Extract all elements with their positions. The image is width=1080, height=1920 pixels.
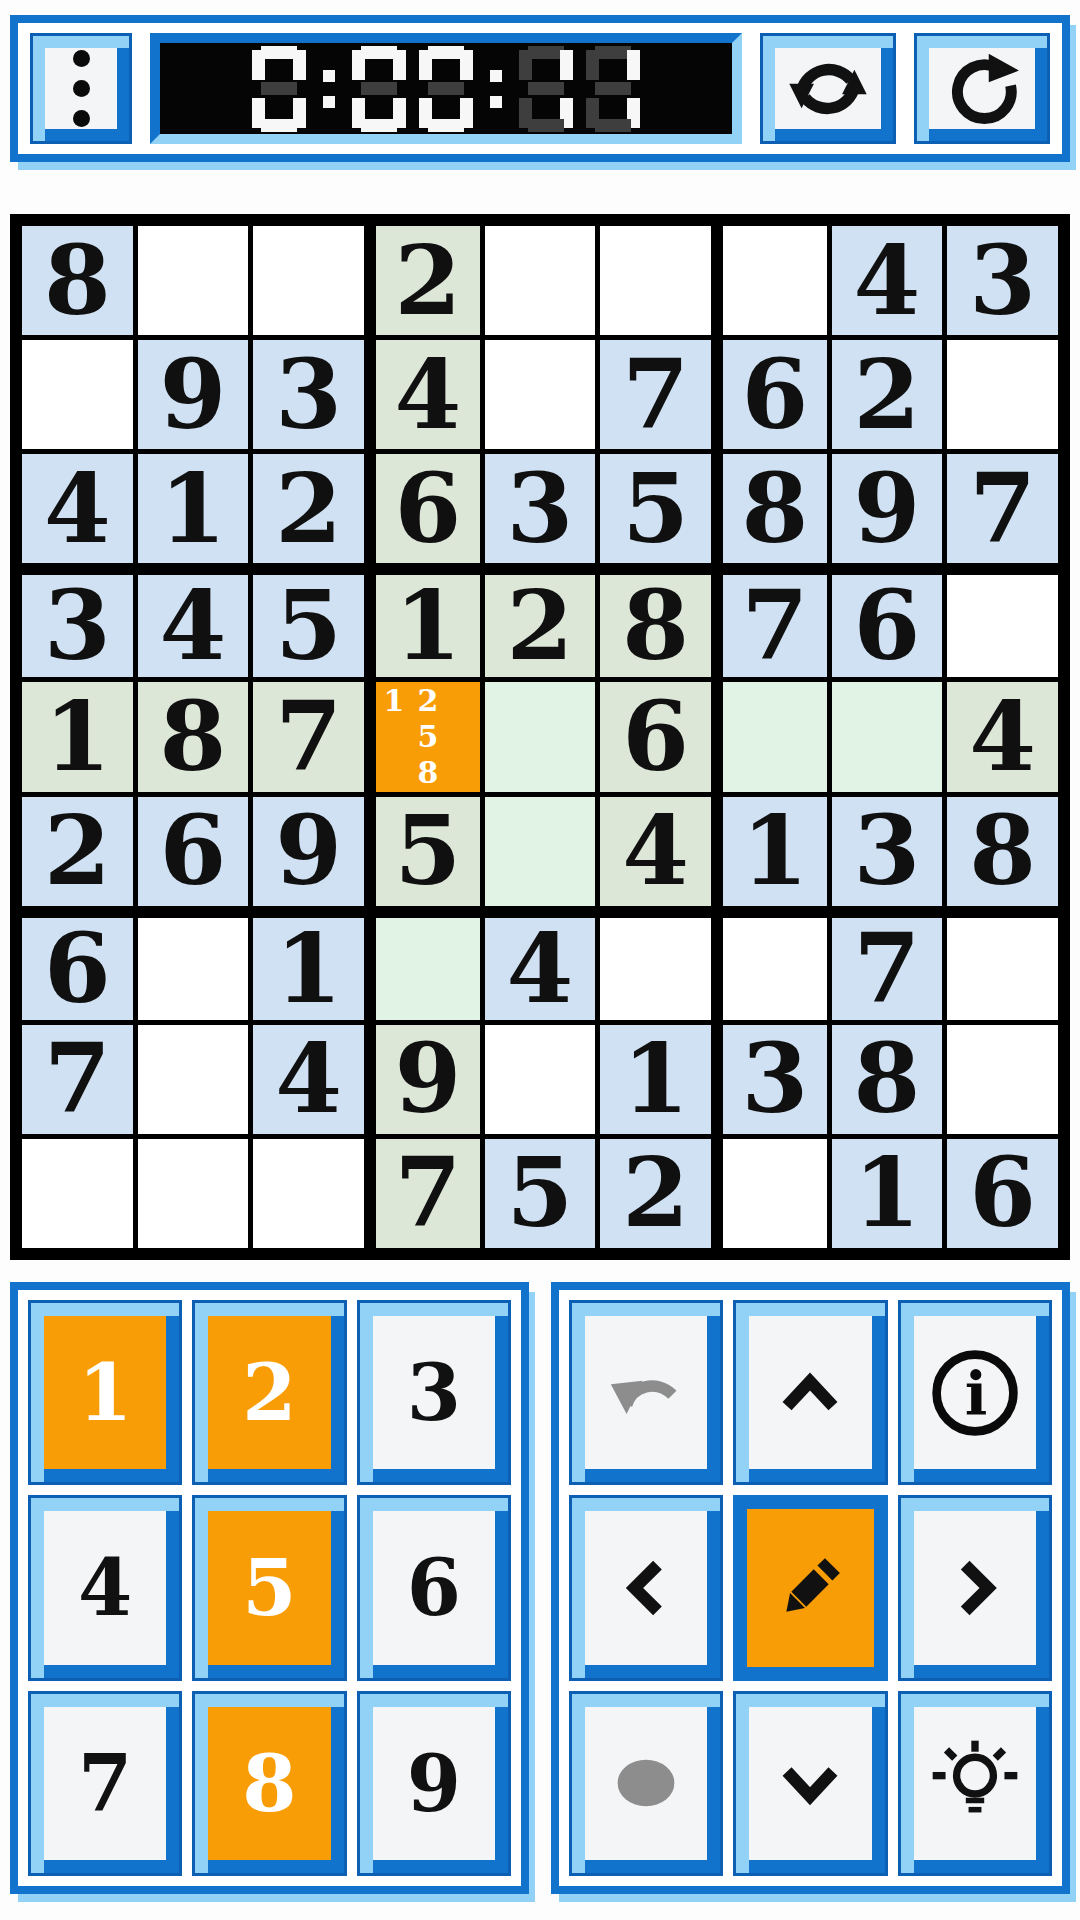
numpad-key-7[interactable]: 7 [28, 1691, 182, 1876]
clock-digit [252, 46, 306, 132]
clock-colon [486, 46, 506, 132]
grid-cell-r8c3[interactable]: 4 [253, 1025, 364, 1134]
chevron-up-icon [769, 1352, 851, 1434]
grid-cell-r5c5[interactable] [485, 682, 596, 791]
grid-cell-r8c7[interactable]: 3 [716, 1025, 827, 1134]
grid-cell-r2c1[interactable] [22, 340, 133, 449]
move-left-button[interactable] [569, 1495, 723, 1680]
grid-cell-r8c8[interactable]: 8 [832, 1025, 943, 1134]
hint-button[interactable] [898, 1691, 1052, 1876]
grid-cell-r6c6[interactable]: 4 [600, 797, 711, 906]
grid-cell-r5c9[interactable]: 4 [947, 682, 1058, 791]
grid-cell-r1c4[interactable]: 2 [369, 226, 480, 335]
grid-cell-r9c4[interactable]: 7 [369, 1139, 480, 1248]
grid-cell-r7c2[interactable] [138, 911, 249, 1020]
grid-cell-r3c1[interactable]: 4 [22, 454, 133, 563]
grid-cell-r6c2[interactable]: 6 [138, 797, 249, 906]
grid-cell-r1c1[interactable]: 8 [22, 226, 133, 335]
grid-cell-r2c7[interactable]: 6 [716, 340, 827, 449]
circle-icon [603, 1740, 689, 1826]
grid-cell-r8c4[interactable]: 9 [369, 1025, 480, 1134]
timer-display [150, 33, 742, 144]
restart-button[interactable] [914, 33, 1050, 144]
pencil-marks: 1258 [377, 683, 479, 790]
grid-cell-r2c5[interactable] [485, 340, 596, 449]
grid-cell-r5c1[interactable]: 1 [22, 682, 133, 791]
grid-cell-r1c2[interactable] [138, 226, 249, 335]
numpad-key-6[interactable]: 6 [357, 1495, 511, 1680]
pencil-mark-8: 8 [411, 755, 445, 791]
clock-digit [519, 46, 573, 132]
numpad-key-4[interactable]: 4 [28, 1495, 182, 1680]
grid-cell-r7c8[interactable]: 7 [832, 911, 943, 1020]
move-up-button[interactable] [733, 1300, 887, 1485]
pencil-mark-2: 2 [411, 683, 445, 719]
grid-cell-r4c7[interactable]: 7 [716, 568, 827, 677]
grid-cell-r7c1[interactable]: 6 [22, 911, 133, 1020]
grid-cell-r6c1[interactable]: 2 [22, 797, 133, 906]
clock-digit [586, 46, 640, 132]
grid-cell-r5c8[interactable] [832, 682, 943, 791]
grid-cell-r4c1[interactable]: 3 [22, 568, 133, 677]
pencil-mark-5: 5 [411, 719, 445, 755]
number-pad: 123456789 [10, 1282, 529, 1894]
grid-cell-r4c2[interactable]: 4 [138, 568, 249, 677]
grid-cell-r8c6[interactable]: 1 [600, 1025, 711, 1134]
pencil-mark-6 [445, 719, 479, 755]
grid-cell-r8c9[interactable] [947, 1025, 1058, 1134]
grid-cell-r1c6[interactable] [600, 226, 711, 335]
clock-digit [419, 46, 473, 132]
kebab-menu-icon [73, 50, 90, 127]
grid-cell-r1c8[interactable]: 4 [832, 226, 943, 335]
pencil-mode-button[interactable] [733, 1495, 887, 1680]
grid-cell-r4c3[interactable]: 5 [253, 568, 364, 677]
pencil-mark-4 [377, 719, 411, 755]
grid-cell-r6c7[interactable]: 1 [716, 797, 827, 906]
grid-cell-r9c3[interactable] [253, 1139, 364, 1248]
grid-cell-r9c9[interactable]: 6 [947, 1139, 1058, 1248]
grid-cell-r8c5[interactable] [485, 1025, 596, 1134]
numpad-key-2[interactable]: 2 [192, 1300, 346, 1485]
grid-cell-r5c4[interactable]: 1258 [369, 682, 480, 791]
pencil-mark-9 [445, 755, 479, 791]
grid-cell-r7c5[interactable]: 4 [485, 911, 596, 1020]
control-pad: i [551, 1282, 1070, 1894]
grid-cell-r9c1[interactable] [22, 1139, 133, 1248]
grid-cell-r2c4[interactable]: 4 [369, 340, 480, 449]
grid-cell-r8c2[interactable] [138, 1025, 249, 1134]
grid-cell-r5c3[interactable]: 7 [253, 682, 364, 791]
sudoku-app: 8243934762412635897345128761871258642695… [0, 0, 1080, 1920]
sync-icon [784, 45, 872, 133]
pencil-mark-3 [445, 683, 479, 719]
grid-cell-r2c3[interactable]: 3 [253, 340, 364, 449]
grid-cell-r6c5[interactable] [485, 797, 596, 906]
grid-cell-r7c9[interactable] [947, 911, 1058, 1020]
menu-button[interactable] [30, 33, 132, 144]
grid-cell-r6c4[interactable]: 5 [369, 797, 480, 906]
grid-cell-r3c4[interactable]: 6 [369, 454, 480, 563]
chevron-left-icon [605, 1547, 687, 1629]
grid-cell-r4c6[interactable]: 8 [600, 568, 711, 677]
grid-cell-r2c9[interactable] [947, 340, 1058, 449]
numpad-key-8[interactable]: 8 [192, 1691, 346, 1876]
grid-cell-r2c2[interactable]: 9 [138, 340, 249, 449]
grid-cell-r1c9[interactable]: 3 [947, 226, 1058, 335]
toolbar [10, 15, 1070, 162]
grid-cell-r4c9[interactable] [947, 568, 1058, 677]
lightbulb-icon [929, 1737, 1021, 1829]
grid-cell-r9c7[interactable] [716, 1139, 827, 1248]
pencil-mark-1: 1 [377, 683, 411, 719]
grid-cell-r2c8[interactable]: 2 [832, 340, 943, 449]
grid-cell-r3c7[interactable]: 8 [716, 454, 827, 563]
grid-cell-r5c6[interactable]: 6 [600, 682, 711, 791]
sudoku-board: 8243934762412635897345128761871258642695… [10, 214, 1070, 1260]
grid-cell-r7c4[interactable] [369, 911, 480, 1020]
grid-cell-r9c2[interactable] [138, 1139, 249, 1248]
pencil-mark-7 [377, 755, 411, 791]
grid-cell-r6c9[interactable]: 8 [947, 797, 1058, 906]
grid-cell-r7c3[interactable]: 1 [253, 911, 364, 1020]
pencil-icon [766, 1544, 854, 1632]
bottom-panels: 123456789 i [10, 1282, 1070, 1894]
clock-colon [319, 46, 339, 132]
grid-cell-r2c6[interactable]: 7 [600, 340, 711, 449]
grid-cell-r5c7[interactable] [716, 682, 827, 791]
grid-cell-r1c7[interactable] [716, 226, 827, 335]
grid-cell-r1c3[interactable] [253, 226, 364, 335]
grid-cell-r5c2[interactable]: 8 [138, 682, 249, 791]
undo-icon [597, 1349, 695, 1437]
grid-cell-r1c5[interactable] [485, 226, 596, 335]
grid-cell-r4c4[interactable]: 1 [369, 568, 480, 677]
grid-cell-r7c6[interactable] [600, 911, 711, 1020]
chevron-right-icon [934, 1547, 1016, 1629]
move-down-button[interactable] [733, 1691, 887, 1876]
restart-icon [940, 47, 1024, 131]
numpad-key-5[interactable]: 5 [192, 1495, 346, 1680]
grid-cell-r3c2[interactable]: 1 [138, 454, 249, 563]
grid-cell-r9c5[interactable]: 5 [485, 1139, 596, 1248]
grid-cell-r3c5[interactable]: 3 [485, 454, 596, 563]
grid-cell-r9c6[interactable]: 2 [600, 1139, 711, 1248]
svg-text:i: i [964, 1359, 987, 1429]
grid-cell-r3c9[interactable]: 7 [947, 454, 1058, 563]
grid-cell-r6c8[interactable]: 3 [832, 797, 943, 906]
grid-cell-r8c1[interactable]: 7 [22, 1025, 133, 1134]
grid-cell-r6c3[interactable]: 9 [253, 797, 364, 906]
grid-cell-r3c3[interactable]: 2 [253, 454, 364, 563]
chevron-down-icon [769, 1742, 851, 1824]
grid-cell-r3c8[interactable]: 9 [832, 454, 943, 563]
mark-circle-button[interactable] [569, 1691, 723, 1876]
sync-button[interactable] [760, 33, 896, 144]
info-button[interactable]: i [898, 1300, 1052, 1485]
clock-digit [352, 46, 406, 132]
grid-cell-r4c8[interactable]: 6 [832, 568, 943, 677]
numpad-key-3[interactable]: 3 [357, 1300, 511, 1485]
grid-cell-r4c5[interactable]: 2 [485, 568, 596, 677]
move-right-button[interactable] [898, 1495, 1052, 1680]
numpad-key-9[interactable]: 9 [357, 1691, 511, 1876]
info-icon: i [927, 1345, 1023, 1441]
numpad-key-1[interactable]: 1 [28, 1300, 182, 1485]
grid-cell-r9c8[interactable]: 1 [832, 1139, 943, 1248]
undo-button[interactable] [569, 1300, 723, 1485]
grid-cell-r7c7[interactable] [716, 911, 827, 1020]
grid-cell-r3c6[interactable]: 5 [600, 454, 711, 563]
